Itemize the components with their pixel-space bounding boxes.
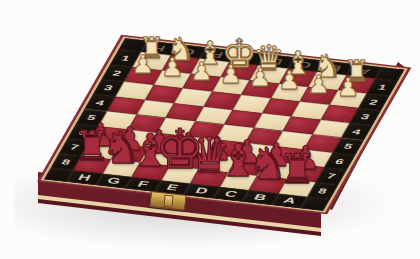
coordinate-label: 6 bbox=[77, 128, 89, 137]
coordinate-label: 6 bbox=[334, 157, 346, 166]
coordinate-label: 8 bbox=[317, 186, 329, 195]
coordinate-label: A bbox=[281, 196, 298, 207]
coordinate-label: H bbox=[76, 172, 93, 183]
coordinate-label: A bbox=[356, 66, 373, 77]
coordinate-label: D bbox=[193, 186, 210, 197]
coordinate-label: B bbox=[252, 192, 269, 203]
coordinate-label: 4 bbox=[351, 127, 363, 136]
coordinate-label: 8 bbox=[60, 157, 72, 166]
coordinate-label: C bbox=[297, 59, 314, 70]
coordinate-label: 2 bbox=[111, 69, 123, 78]
coordinate-label: 7 bbox=[68, 143, 80, 152]
coordinate-label: F bbox=[135, 179, 150, 189]
chess-set-photo: HGFEDCBA1122334455667788HGFEDCBA ♜♞♝♛♚♝♞… bbox=[0, 0, 420, 259]
coordinate-label: 3 bbox=[359, 112, 371, 121]
coordinate-label: E bbox=[164, 182, 180, 193]
coordinate-label: 5 bbox=[85, 113, 97, 122]
coordinate-label: B bbox=[326, 63, 343, 74]
coordinate-label: 2 bbox=[368, 97, 380, 106]
coordinate-label: G bbox=[179, 46, 197, 57]
coordinate-label: H bbox=[151, 43, 168, 54]
coordinate-label: 5 bbox=[342, 142, 354, 151]
coordinate-label: G bbox=[105, 176, 123, 187]
coordinate-label: 7 bbox=[325, 172, 337, 181]
coordinate-label: E bbox=[239, 53, 255, 64]
coordinate-label: D bbox=[268, 56, 285, 67]
coordinate-label: C bbox=[222, 189, 239, 200]
coordinate-label: 1 bbox=[119, 54, 131, 63]
coordinate-label: 1 bbox=[376, 83, 388, 92]
coordinate-label: F bbox=[210, 49, 225, 59]
coordinate-label: 4 bbox=[94, 98, 106, 107]
coordinate-label: 3 bbox=[102, 83, 114, 92]
